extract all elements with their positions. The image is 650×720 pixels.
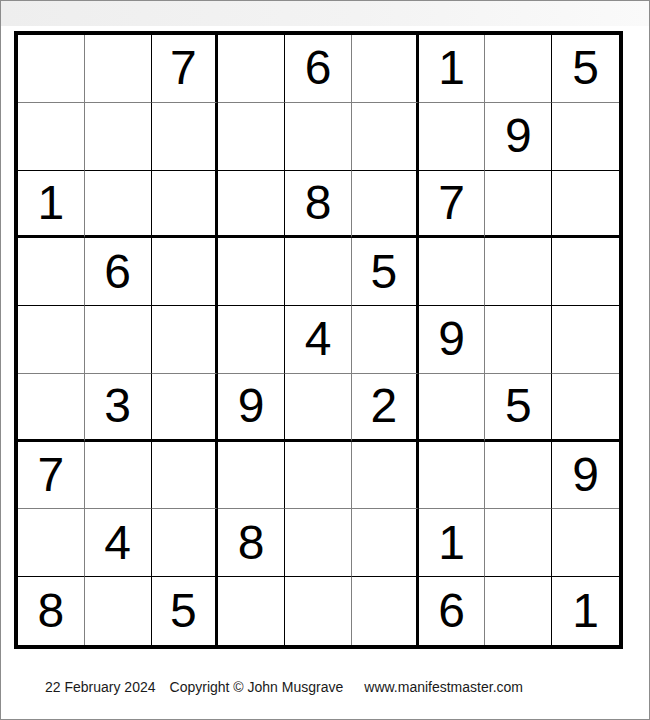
footer: 22 February 2024Copyright © John Musgrav… (45, 679, 523, 695)
cell-r6c9 (552, 374, 619, 442)
cell-r8c8 (485, 509, 552, 577)
cell-r2c9 (552, 103, 619, 171)
cell-r9c3: 5 (152, 577, 219, 645)
cell-r5c2 (85, 306, 152, 374)
cell-r6c6: 2 (352, 374, 419, 442)
puzzle-page: 7615918765493925794818561 22 February 20… (0, 0, 650, 720)
cell-r2c1 (18, 103, 85, 171)
sudoku-board: 7615918765493925794818561 (14, 31, 623, 649)
cell-r8c9 (552, 509, 619, 577)
cell-r9c4 (218, 577, 285, 645)
cell-r9c9: 1 (552, 577, 619, 645)
cell-r5c7: 9 (419, 306, 486, 374)
cell-r1c2 (85, 35, 152, 103)
cell-r9c8 (485, 577, 552, 645)
cell-r3c7: 7 (419, 171, 486, 239)
cell-r4c2: 6 (85, 238, 152, 306)
cell-r1c3: 7 (152, 35, 219, 103)
cell-r7c5 (285, 442, 352, 510)
cell-r4c4 (218, 238, 285, 306)
cell-r8c2: 4 (85, 509, 152, 577)
cell-r7c2 (85, 442, 152, 510)
footer-copyright: Copyright © John Musgrave (170, 679, 344, 695)
cell-r4c3 (152, 238, 219, 306)
cell-r5c1 (18, 306, 85, 374)
footer-date: 22 February 2024 (45, 679, 156, 695)
cell-r2c2 (85, 103, 152, 171)
footer-website: www.manifestmaster.com (364, 679, 523, 695)
cell-r5c8 (485, 306, 552, 374)
cell-r4c5 (285, 238, 352, 306)
cell-r1c7: 1 (419, 35, 486, 103)
cell-r3c3 (152, 171, 219, 239)
cell-r4c9 (552, 238, 619, 306)
cell-r1c6 (352, 35, 419, 103)
cell-r4c7 (419, 238, 486, 306)
cell-r6c3 (152, 374, 219, 442)
cell-r3c1: 1 (18, 171, 85, 239)
cell-r6c4: 9 (218, 374, 285, 442)
cell-r9c1: 8 (18, 577, 85, 645)
cell-r7c6 (352, 442, 419, 510)
cell-r5c5: 4 (285, 306, 352, 374)
cell-r3c4 (218, 171, 285, 239)
cell-r3c9 (552, 171, 619, 239)
cell-r1c9: 5 (552, 35, 619, 103)
cell-r1c1 (18, 35, 85, 103)
cell-r4c8 (485, 238, 552, 306)
cell-r2c6 (352, 103, 419, 171)
cell-r1c4 (218, 35, 285, 103)
cell-r8c4: 8 (218, 509, 285, 577)
cell-r7c8 (485, 442, 552, 510)
cell-r4c6: 5 (352, 238, 419, 306)
cell-r1c5: 6 (285, 35, 352, 103)
cell-r7c4 (218, 442, 285, 510)
cell-r6c5 (285, 374, 352, 442)
cell-r8c7: 1 (419, 509, 486, 577)
cell-r1c8 (485, 35, 552, 103)
top-band (1, 1, 649, 26)
cell-r9c2 (85, 577, 152, 645)
cell-r8c5 (285, 509, 352, 577)
cell-r8c3 (152, 509, 219, 577)
cell-r7c3 (152, 442, 219, 510)
cell-r6c1 (18, 374, 85, 442)
cell-r9c5 (285, 577, 352, 645)
cell-r7c9: 9 (552, 442, 619, 510)
cell-r2c5 (285, 103, 352, 171)
cell-r6c2: 3 (85, 374, 152, 442)
cell-r2c7 (419, 103, 486, 171)
cell-r5c9 (552, 306, 619, 374)
cell-r3c5: 8 (285, 171, 352, 239)
cell-r6c7 (419, 374, 486, 442)
cell-r8c6 (352, 509, 419, 577)
cell-r7c7 (419, 442, 486, 510)
cell-r7c1: 7 (18, 442, 85, 510)
cell-r6c8: 5 (485, 374, 552, 442)
cell-r5c3 (152, 306, 219, 374)
cell-r9c7: 6 (419, 577, 486, 645)
cell-r9c6 (352, 577, 419, 645)
cell-r2c8: 9 (485, 103, 552, 171)
cell-r5c4 (218, 306, 285, 374)
cell-r8c1 (18, 509, 85, 577)
cell-r2c3 (152, 103, 219, 171)
cell-r5c6 (352, 306, 419, 374)
cell-r3c2 (85, 171, 152, 239)
cell-r3c6 (352, 171, 419, 239)
cell-r3c8 (485, 171, 552, 239)
cell-r4c1 (18, 238, 85, 306)
cell-r2c4 (218, 103, 285, 171)
